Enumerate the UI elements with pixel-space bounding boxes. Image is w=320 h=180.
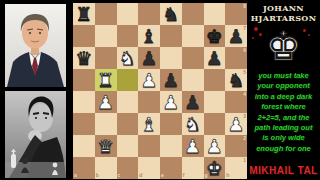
square-e4[interactable]: ♟ [160, 91, 182, 113]
file-label-b: b [96, 173, 99, 178]
file-label-d: d [139, 173, 142, 178]
player-top-name-line2: HJARTARSON [247, 13, 320, 23]
square-h3[interactable]: ♟3 [225, 113, 247, 135]
square-b1[interactable]: b [95, 157, 117, 179]
square-f7[interactable] [182, 25, 204, 47]
hjartarson-portrait-graphic [5, 4, 66, 87]
white-knight-icon: ♞ [119, 47, 136, 69]
black-pawn-icon: ♟ [162, 69, 179, 91]
black-pawn-icon: ♟ [206, 47, 223, 69]
white-king-icon: ♚ [206, 157, 223, 179]
square-a6[interactable]: ♛ [73, 47, 95, 69]
player-bottom-name: MIKHAIL TAL [247, 165, 320, 176]
square-c6[interactable]: ♞ [117, 47, 139, 69]
tal-quote: you must take your opponent into a deep … [247, 71, 320, 154]
black-knight-icon: ♞ [162, 3, 179, 25]
square-a5[interactable] [73, 69, 95, 91]
square-e1[interactable]: e [160, 157, 182, 179]
quote-line: is only wide [247, 133, 320, 143]
square-b4[interactable]: ♟ [95, 91, 117, 113]
square-g5[interactable] [204, 69, 226, 91]
red-splatter-icon [303, 29, 306, 32]
square-f4[interactable]: ♟ [182, 91, 204, 113]
white-pawn-icon: ♟ [206, 135, 223, 157]
square-f1[interactable]: f [182, 157, 204, 179]
rank-label-5: 5 [243, 70, 246, 75]
square-h5[interactable]: ♞5 [225, 69, 247, 91]
quote-line: enough for one [247, 144, 320, 154]
tal-portrait-graphic [5, 91, 66, 178]
file-label-e: e [161, 173, 164, 178]
black-pawn-icon: ♟ [184, 91, 201, 113]
player-top-name-line1: JOHANN [247, 3, 320, 13]
square-h2[interactable]: 2 [225, 135, 247, 157]
square-a8[interactable]: ♜ [73, 3, 95, 25]
square-a7[interactable] [73, 25, 95, 47]
rank-label-6: 6 [243, 48, 246, 53]
white-bishop-icon: ♝ [141, 113, 158, 135]
square-g6[interactable]: ♟ [204, 47, 226, 69]
square-e3[interactable] [160, 113, 182, 135]
square-d5[interactable]: ♟ [138, 69, 160, 91]
file-label-c: c [118, 173, 121, 178]
red-splatter-icon [259, 33, 262, 36]
square-d2[interactable] [138, 135, 160, 157]
square-g7[interactable]: ♚ [204, 25, 226, 47]
square-b8[interactable] [95, 3, 117, 25]
white-pawn-icon: ♟ [97, 91, 114, 113]
square-c5[interactable] [117, 69, 139, 91]
square-d8[interactable] [138, 3, 160, 25]
square-h8[interactable]: 8 [225, 3, 247, 25]
black-bishop-icon: ♝ [141, 25, 158, 47]
black-rook-icon: ♜ [75, 3, 92, 25]
square-d4[interactable] [138, 91, 160, 113]
black-pawn-icon: ♟ [228, 25, 245, 47]
square-a4[interactable] [73, 91, 95, 113]
square-a1[interactable]: a [73, 157, 95, 179]
rank-label-4: 4 [243, 92, 246, 97]
right-panel: JOHANN HJARTARSON ♚ you must take your o… [247, 0, 320, 180]
square-c3[interactable] [117, 113, 139, 135]
square-g3[interactable] [204, 113, 226, 135]
square-b7[interactable] [95, 25, 117, 47]
square-e8[interactable]: ♞ [160, 3, 182, 25]
square-f8[interactable] [182, 3, 204, 25]
square-f5[interactable] [182, 69, 204, 91]
square-a2[interactable] [73, 135, 95, 157]
white-pawn-icon: ♟ [184, 135, 201, 157]
red-splatter-icon [308, 34, 310, 36]
square-c8[interactable] [117, 3, 139, 25]
square-h7[interactable]: ♟7 [225, 25, 247, 47]
square-g1[interactable]: ♚g [204, 157, 226, 179]
rank-label-3: 3 [243, 114, 246, 119]
quote-line: forest where [247, 102, 320, 112]
video-frame: ♜♞8♝♚♟7♛♞♟♟6♜♟♟♞5♟♟♟4♝♞♟3♛♟♟2abcdef♚gh1 … [0, 0, 320, 180]
quote-line: path leading out [247, 123, 320, 133]
square-g8[interactable] [204, 3, 226, 25]
black-knight-icon: ♞ [228, 69, 245, 91]
black-queen-icon: ♛ [75, 47, 92, 69]
red-splatter-icon [252, 37, 254, 39]
white-queen-icon: ♛ [97, 135, 114, 157]
square-b2[interactable]: ♛ [95, 135, 117, 157]
square-h4[interactable]: 4 [225, 91, 247, 113]
white-pawn-icon: ♟ [141, 69, 158, 91]
file-label-h: h [226, 173, 229, 178]
square-h6[interactable]: 6 [225, 47, 247, 69]
square-c4[interactable] [117, 91, 139, 113]
square-f3[interactable]: ♞ [182, 113, 204, 135]
square-b5[interactable]: ♜ [95, 69, 117, 91]
square-e2[interactable] [160, 135, 182, 157]
square-f2[interactable]: ♟ [182, 135, 204, 157]
square-e5[interactable]: ♟ [160, 69, 182, 91]
rank-label-8: 8 [243, 4, 246, 9]
rank-label-7: 7 [243, 26, 246, 31]
square-d1[interactable]: d [138, 157, 160, 179]
square-c2[interactable] [117, 135, 139, 157]
white-rook-icon: ♜ [97, 69, 114, 91]
black-pawn-icon: ♟ [141, 47, 158, 69]
square-b6[interactable] [95, 47, 117, 69]
square-d7[interactable]: ♝ [138, 25, 160, 47]
square-f6[interactable] [182, 47, 204, 69]
white-king-icon: ♚ [247, 23, 320, 69]
white-knight-icon: ♞ [184, 113, 201, 135]
file-label-g: g [205, 173, 208, 178]
square-c7[interactable] [117, 25, 139, 47]
quote-line: you must take [247, 71, 320, 81]
file-label-a: a [74, 173, 77, 178]
square-g4[interactable] [204, 91, 226, 113]
chess-board: ♜♞8♝♚♟7♛♞♟♟6♜♟♟♞5♟♟♟4♝♞♟3♛♟♟2abcdef♚gh1 [73, 3, 247, 179]
black-king-icon: ♚ [206, 25, 223, 47]
square-b3[interactable] [95, 113, 117, 135]
white-pawn-icon: ♟ [228, 113, 245, 135]
square-d6[interactable]: ♟ [138, 47, 160, 69]
quote-line: your opponent [247, 81, 320, 91]
quote-line: into a deep dark [247, 92, 320, 102]
johann-hjartarson-photo [5, 4, 66, 87]
square-a3[interactable] [73, 113, 95, 135]
square-c1[interactable]: c [117, 157, 139, 179]
white-pawn-icon: ♟ [162, 91, 179, 113]
rank-label-1: 1 [243, 158, 246, 163]
file-label-f: f [183, 173, 185, 178]
square-d3[interactable]: ♝ [138, 113, 160, 135]
rank-label-2: 2 [243, 136, 246, 141]
quote-line: 2+2=5, and the [247, 113, 320, 123]
square-h1[interactable]: h1 [225, 157, 247, 179]
red-splatter-icon [254, 27, 258, 31]
square-e7[interactable] [160, 25, 182, 47]
square-e6[interactable] [160, 47, 182, 69]
square-g2[interactable]: ♟ [204, 135, 226, 157]
mikhail-tal-photo [5, 91, 66, 178]
